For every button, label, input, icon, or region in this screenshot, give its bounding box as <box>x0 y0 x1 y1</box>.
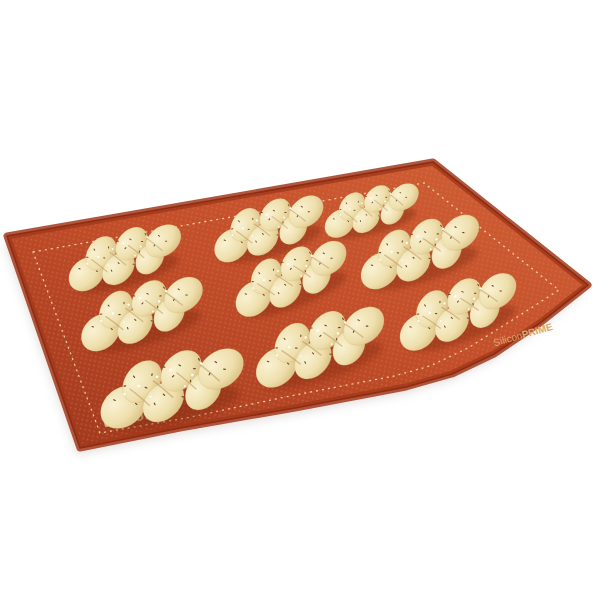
product-photo: tescoma. SiliconPRIME <box>0 0 597 597</box>
product-photo-scene: tescoma. SiliconPRIME <box>0 0 597 597</box>
